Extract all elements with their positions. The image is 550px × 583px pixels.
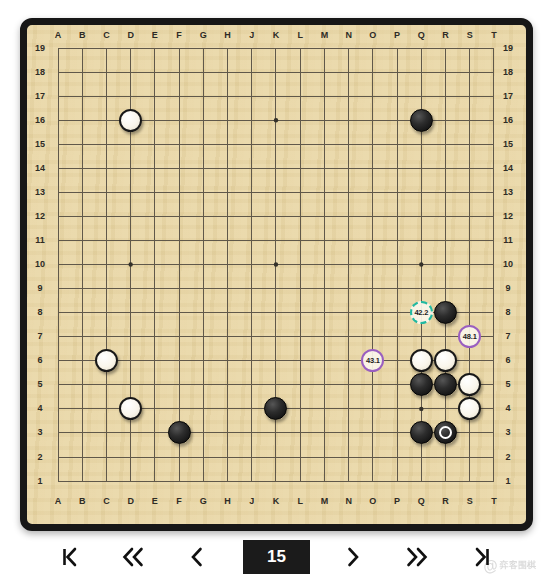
coord-top-F: F bbox=[170, 30, 188, 41]
coord-left-3: 3 bbox=[31, 427, 49, 438]
coord-right-10: 10 bbox=[499, 259, 517, 270]
coord-right-5: 5 bbox=[499, 379, 517, 390]
coord-bottom-N: N bbox=[340, 496, 358, 507]
coord-bottom-E: E bbox=[146, 496, 164, 507]
coord-bottom-H: H bbox=[219, 496, 237, 507]
nav-last-move-button[interactable] bbox=[470, 545, 494, 569]
nav-fast-forward-button[interactable] bbox=[405, 545, 429, 569]
coord-top-A: A bbox=[49, 30, 67, 41]
coord-bottom-J: J bbox=[243, 496, 261, 507]
coord-right-11: 11 bbox=[499, 235, 517, 246]
coord-top-O: O bbox=[364, 30, 382, 41]
coord-left-7: 7 bbox=[31, 331, 49, 342]
coord-right-18: 18 bbox=[499, 67, 517, 78]
chevron-left-icon bbox=[185, 545, 209, 569]
coord-top-B: B bbox=[73, 30, 91, 41]
coord-left-9: 9 bbox=[31, 283, 49, 294]
coord-left-13: 13 bbox=[31, 187, 49, 198]
move-number-display[interactable]: 15 bbox=[243, 540, 310, 574]
coord-bottom-F: F bbox=[170, 496, 188, 507]
coord-bottom-M: M bbox=[315, 496, 333, 507]
skip-to-end-icon bbox=[470, 545, 494, 569]
coord-top-R: R bbox=[437, 30, 455, 41]
last-move-marker bbox=[439, 426, 452, 439]
coord-left-14: 14 bbox=[31, 163, 49, 174]
coord-top-C: C bbox=[97, 30, 115, 41]
coord-left-11: 11 bbox=[31, 235, 49, 246]
coord-left-6: 6 bbox=[31, 355, 49, 366]
coord-right-19: 19 bbox=[499, 43, 517, 54]
go-board[interactable] bbox=[20, 18, 533, 531]
coord-right-12: 12 bbox=[499, 211, 517, 222]
coord-bottom-B: B bbox=[73, 496, 91, 507]
go-review-page: 15 @ 弈客围棋 AABBCCDDEEFFGGHHJJKKLLMMNNOOPP… bbox=[0, 0, 550, 583]
coord-bottom-C: C bbox=[97, 496, 115, 507]
coord-bottom-R: R bbox=[437, 496, 455, 507]
coord-top-K: K bbox=[267, 30, 285, 41]
coord-top-M: M bbox=[315, 30, 333, 41]
coord-left-15: 15 bbox=[31, 139, 49, 150]
coord-left-12: 12 bbox=[31, 211, 49, 222]
coord-bottom-K: K bbox=[267, 496, 285, 507]
skip-to-start-icon bbox=[58, 545, 82, 569]
coord-right-17: 17 bbox=[499, 91, 517, 102]
coord-right-13: 13 bbox=[499, 187, 517, 198]
black-stone-Q5 bbox=[410, 373, 433, 396]
coord-top-D: D bbox=[122, 30, 140, 41]
watermark-text: 弈客围棋 bbox=[500, 560, 544, 570]
coord-right-3: 3 bbox=[499, 427, 517, 438]
nav-back-button[interactable] bbox=[185, 545, 209, 569]
coord-right-4: 4 bbox=[499, 403, 517, 414]
coord-left-10: 10 bbox=[31, 259, 49, 270]
coord-bottom-Q: Q bbox=[412, 496, 430, 507]
coord-right-9: 9 bbox=[499, 283, 517, 294]
coord-left-16: 16 bbox=[31, 115, 49, 126]
coord-left-8: 8 bbox=[31, 307, 49, 318]
coord-top-Q: Q bbox=[412, 30, 430, 41]
coord-top-S: S bbox=[461, 30, 479, 41]
double-chevron-left-icon bbox=[121, 545, 145, 569]
coord-bottom-S: S bbox=[461, 496, 479, 507]
coord-top-L: L bbox=[291, 30, 309, 41]
nav-forward-button[interactable] bbox=[341, 545, 365, 569]
coord-right-15: 15 bbox=[499, 139, 517, 150]
coord-left-17: 17 bbox=[31, 91, 49, 102]
coord-top-H: H bbox=[219, 30, 237, 41]
coord-right-2: 2 bbox=[499, 452, 517, 463]
coord-bottom-G: G bbox=[194, 496, 212, 507]
coord-bottom-L: L bbox=[291, 496, 309, 507]
coord-right-8: 8 bbox=[499, 307, 517, 318]
coord-left-18: 18 bbox=[31, 67, 49, 78]
coord-left-5: 5 bbox=[31, 379, 49, 390]
coord-top-T: T bbox=[485, 30, 503, 41]
white-stone-Q6 bbox=[410, 349, 433, 372]
coord-top-P: P bbox=[388, 30, 406, 41]
coord-bottom-O: O bbox=[364, 496, 382, 507]
coord-left-2: 2 bbox=[31, 452, 49, 463]
coord-bottom-P: P bbox=[388, 496, 406, 507]
coord-top-N: N bbox=[340, 30, 358, 41]
coord-top-E: E bbox=[146, 30, 164, 41]
move-number: 15 bbox=[267, 547, 286, 567]
coord-left-1: 1 bbox=[31, 476, 49, 487]
coord-left-19: 19 bbox=[31, 43, 49, 54]
analysis-circle-Q8: 42.2 bbox=[410, 301, 433, 324]
coord-right-7: 7 bbox=[499, 331, 517, 342]
coord-right-6: 6 bbox=[499, 355, 517, 366]
coord-top-J: J bbox=[243, 30, 261, 41]
coord-right-1: 1 bbox=[499, 476, 517, 487]
coord-top-G: G bbox=[194, 30, 212, 41]
black-stone-F3 bbox=[168, 421, 191, 444]
nav-fast-back-button[interactable] bbox=[121, 545, 145, 569]
coord-left-4: 4 bbox=[31, 403, 49, 414]
black-stone-Q16 bbox=[410, 109, 433, 132]
coord-bottom-T: T bbox=[485, 496, 503, 507]
coord-right-14: 14 bbox=[499, 163, 517, 174]
nav-first-move-button[interactable] bbox=[58, 545, 82, 569]
coord-bottom-A: A bbox=[49, 496, 67, 507]
white-stone-D16 bbox=[119, 109, 142, 132]
coord-right-16: 16 bbox=[499, 115, 517, 126]
double-chevron-right-icon bbox=[405, 545, 429, 569]
chevron-right-icon bbox=[341, 545, 365, 569]
coord-bottom-D: D bbox=[122, 496, 140, 507]
